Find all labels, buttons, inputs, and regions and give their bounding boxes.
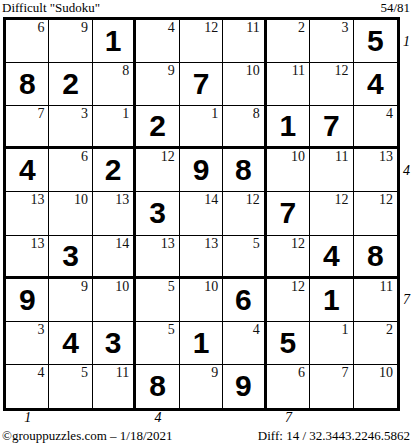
placed-digit: 8 (235, 155, 252, 185)
cell-r8c6[interactable]: 4 (223, 322, 266, 365)
order-mark: 4 (386, 106, 393, 121)
order-mark: 11 (335, 149, 348, 164)
order-mark: 13 (379, 149, 393, 164)
cell-r7c9[interactable]: 11 (354, 279, 397, 322)
cell-r1c4[interactable]: 4 (136, 20, 179, 63)
order-mark: 12 (291, 236, 305, 251)
cell-r3c2[interactable]: 3 (49, 106, 92, 149)
order-mark: 10 (115, 279, 129, 294)
copyright-text: ©grouppuzzles.com – 1/18/2021 (2, 429, 173, 443)
cell-r9c2[interactable]: 5 (49, 365, 92, 408)
order-mark: 7 (37, 106, 44, 121)
cell-r1c5[interactable]: 12 (180, 20, 223, 63)
cell-r3c5[interactable]: 1 (180, 106, 223, 149)
order-mark: 12 (379, 192, 393, 207)
order-mark: 7 (342, 365, 349, 380)
placed-digit: 1 (280, 111, 297, 141)
order-mark: 9 (81, 20, 88, 35)
cell-r1c6[interactable]: 11 (223, 20, 266, 63)
order-mark: 12 (204, 20, 218, 35)
placed-digit: 3 (105, 328, 122, 358)
order-mark: 10 (204, 279, 218, 294)
order-mark: 1 (342, 322, 349, 337)
order-mark: 10 (379, 365, 393, 380)
cell-r5c4[interactable]: 3 (136, 192, 179, 235)
placed-digit: 1 (105, 26, 122, 56)
col-marker-4: 4 (155, 410, 162, 426)
order-mark: 9 (81, 279, 88, 294)
row-marker-1: 1 (403, 34, 410, 50)
cell-r9c8[interactable]: 7 (310, 365, 353, 408)
cell-r4c2[interactable]: 6 (49, 149, 92, 192)
cell-r6c4[interactable]: 13 (136, 236, 179, 279)
placed-digit: 4 (62, 328, 79, 358)
order-mark: 11 (380, 279, 393, 294)
cell-r5c3[interactable]: 13 (93, 192, 136, 235)
cell-r1c1[interactable]: 6 (6, 20, 49, 63)
cell-r4c4[interactable]: 12 (136, 149, 179, 192)
order-mark: 9 (211, 365, 218, 380)
cell-r3c8[interactable]: 7 (310, 106, 353, 149)
order-mark: 3 (37, 322, 44, 337)
cell-r9c6[interactable]: 9 (223, 365, 266, 408)
col-marker-7: 7 (285, 410, 292, 426)
cell-r4c8[interactable]: 11 (310, 149, 353, 192)
cell-r6c6[interactable]: 5 (223, 236, 266, 279)
order-mark: 6 (37, 20, 44, 35)
order-mark: 11 (292, 63, 305, 78)
placed-digit: 5 (367, 26, 384, 56)
cell-r5c8[interactable]: 12 (310, 192, 353, 235)
order-mark: 13 (30, 192, 44, 207)
progress-counter: 54/81 (380, 1, 410, 15)
cell-r3c3[interactable]: 1 (93, 106, 136, 149)
cell-r4c1[interactable]: 4 (6, 149, 49, 192)
cell-r3c1[interactable]: 7 (6, 106, 49, 149)
cell-r5c2[interactable]: 10 (49, 192, 92, 235)
order-mark: 2 (298, 20, 305, 35)
placed-digit: 2 (105, 155, 122, 185)
cell-r6c1[interactable]: 13 (6, 236, 49, 279)
order-mark: 10 (74, 192, 88, 207)
cell-r6c9[interactable]: 8 (354, 236, 397, 279)
sudoku-board: 6914121123582897101112473121817446212981… (3, 17, 400, 411)
order-mark: 12 (335, 63, 349, 78)
placed-digit: 9 (193, 155, 210, 185)
placed-digit: 2 (62, 69, 79, 99)
order-mark: 6 (298, 365, 305, 380)
order-mark: 12 (246, 192, 260, 207)
order-mark: 12 (161, 149, 175, 164)
cell-r2c9[interactable]: 4 (354, 63, 397, 106)
cell-r7c6[interactable]: 6 (223, 279, 266, 322)
cell-r1c8[interactable]: 3 (310, 20, 353, 63)
cell-r7c7[interactable]: 12 (267, 279, 310, 322)
cell-r6c7[interactable]: 12 (267, 236, 310, 279)
placed-digit: 8 (19, 69, 36, 99)
row-marker-4: 4 (403, 163, 410, 179)
cell-r2c2[interactable]: 2 (49, 63, 92, 106)
order-mark: 13 (161, 236, 175, 251)
placed-digit: 1 (323, 285, 340, 315)
row-marker-7: 7 (403, 292, 410, 308)
order-mark: 11 (116, 365, 129, 380)
cell-r4c6[interactable]: 8 (223, 149, 266, 192)
col-marker-1: 1 (24, 410, 31, 426)
order-mark: 8 (253, 106, 260, 121)
cell-r8c5[interactable]: 1 (180, 322, 223, 365)
order-mark: 14 (204, 192, 218, 207)
cell-r5c6[interactable]: 12 (223, 192, 266, 235)
placed-digit: 7 (323, 111, 340, 141)
cell-r9c1[interactable]: 4 (6, 365, 49, 408)
placed-digit: 7 (193, 69, 210, 99)
cell-r3c6[interactable]: 8 (223, 106, 266, 149)
page-title: Difficult "Sudoku" (2, 1, 100, 15)
cell-r3c9[interactable]: 4 (354, 106, 397, 149)
cell-r6c8[interactable]: 4 (310, 236, 353, 279)
cell-r8c3[interactable]: 3 (93, 322, 136, 365)
cell-r5c7[interactable]: 7 (267, 192, 310, 235)
cell-r5c9[interactable]: 12 (354, 192, 397, 235)
order-mark: 13 (115, 192, 129, 207)
placed-digit: 7 (280, 198, 297, 228)
order-mark: 13 (204, 236, 218, 251)
placed-digit: 5 (280, 328, 297, 358)
cell-r8c2[interactable]: 4 (49, 322, 92, 365)
cell-r4c5[interactable]: 9 (180, 149, 223, 192)
cell-r1c2[interactable]: 9 (49, 20, 92, 63)
cell-r7c4[interactable]: 5 (136, 279, 179, 322)
order-mark: 4 (37, 365, 44, 380)
cell-r3c4[interactable]: 2 (136, 106, 179, 149)
order-mark: 11 (246, 20, 259, 35)
order-mark: 5 (168, 279, 175, 294)
cell-r5c1[interactable]: 13 (6, 192, 49, 235)
cell-r4c7[interactable]: 10 (267, 149, 310, 192)
cell-r2c4[interactable]: 9 (136, 63, 179, 106)
cell-r7c5[interactable]: 10 (180, 279, 223, 322)
cell-r7c2[interactable]: 9 (49, 279, 92, 322)
order-mark: 9 (168, 63, 175, 78)
cell-r9c4[interactable]: 8 (136, 365, 179, 408)
order-mark: 12 (335, 192, 349, 207)
placed-digit: 3 (62, 241, 79, 271)
order-mark: 1 (211, 106, 218, 121)
placed-digit: 9 (19, 285, 36, 315)
cell-r9c7[interactable]: 6 (267, 365, 310, 408)
cell-r6c3[interactable]: 14 (93, 236, 136, 279)
cell-r7c8[interactable]: 1 (310, 279, 353, 322)
placed-digit: 3 (149, 198, 166, 228)
difficulty-text: Diff: 14 / 32.3443.2246.5862 (258, 429, 410, 443)
placed-digit: 6 (235, 285, 252, 315)
cell-r9c9[interactable]: 10 (354, 365, 397, 408)
order-mark: 4 (253, 322, 260, 337)
order-mark: 6 (81, 149, 88, 164)
order-mark: 5 (253, 236, 260, 251)
placed-digit: 9 (235, 371, 252, 401)
placed-digit: 4 (19, 155, 36, 185)
order-mark: 5 (168, 322, 175, 337)
cell-r2c6[interactable]: 10 (223, 63, 266, 106)
cell-r7c1[interactable]: 9 (6, 279, 49, 322)
puzzle-page: Difficult "Sudoku" 54/81 691412112358289… (0, 0, 412, 445)
cell-r6c2[interactable]: 3 (49, 236, 92, 279)
cell-r8c1[interactable]: 3 (6, 322, 49, 365)
order-mark: 1 (122, 106, 129, 121)
cell-r8c4[interactable]: 5 (136, 322, 179, 365)
order-mark: 10 (291, 149, 305, 164)
cell-r3c7[interactable]: 1 (267, 106, 310, 149)
cell-r4c9[interactable]: 13 (354, 149, 397, 192)
placed-digit: 4 (323, 241, 340, 271)
cell-r8c7[interactable]: 5 (267, 322, 310, 365)
cell-r9c5[interactable]: 9 (180, 365, 223, 408)
cell-r2c5[interactable]: 7 (180, 63, 223, 106)
cell-r2c3[interactable]: 8 (93, 63, 136, 106)
order-mark: 3 (81, 106, 88, 121)
cell-r4c3[interactable]: 2 (93, 149, 136, 192)
cell-r5c5[interactable]: 14 (180, 192, 223, 235)
cell-r8c8[interactable]: 1 (310, 322, 353, 365)
order-mark: 10 (246, 63, 260, 78)
cell-r1c9[interactable]: 5 (354, 20, 397, 63)
placed-digit: 1 (193, 328, 210, 358)
order-mark: 2 (386, 322, 393, 337)
placed-digit: 4 (367, 69, 384, 99)
order-mark: 4 (168, 20, 175, 35)
cell-r1c7[interactable]: 2 (267, 20, 310, 63)
cell-r8c9[interactable]: 2 (354, 322, 397, 365)
cell-r2c7[interactable]: 11 (267, 63, 310, 106)
cell-r1c3[interactable]: 1 (93, 20, 136, 63)
order-mark: 14 (115, 236, 129, 251)
placed-digit: 8 (367, 241, 384, 271)
cell-r6c5[interactable]: 13 (180, 236, 223, 279)
order-mark: 13 (30, 236, 44, 251)
order-mark: 8 (122, 63, 129, 78)
cell-r7c3[interactable]: 10 (93, 279, 136, 322)
cell-r2c8[interactable]: 12 (310, 63, 353, 106)
order-mark: 12 (291, 279, 305, 294)
placed-digit: 8 (149, 371, 166, 401)
order-mark: 3 (342, 20, 349, 35)
cell-r2c1[interactable]: 8 (6, 63, 49, 106)
placed-digit: 2 (149, 111, 166, 141)
order-mark: 5 (81, 365, 88, 380)
cell-r9c3[interactable]: 11 (93, 365, 136, 408)
